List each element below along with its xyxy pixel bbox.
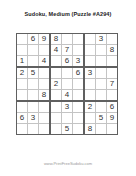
cell-r9c2[interactable] xyxy=(28,124,38,134)
cell-r8c4[interactable] xyxy=(51,113,61,123)
footer-url: www.PrintFreeSudoku.com xyxy=(0,161,136,166)
cell-r5c7[interactable] xyxy=(85,79,95,89)
cell-r6c1[interactable] xyxy=(17,90,27,100)
cell-r3c7[interactable] xyxy=(85,56,95,66)
sudoku-box-8: 35 xyxy=(51,102,83,134)
sudoku-box-4: 258 xyxy=(17,68,49,100)
cell-r5c3[interactable] xyxy=(39,79,49,89)
cell-r1c6[interactable] xyxy=(73,34,83,44)
cell-r1c9[interactable] xyxy=(107,34,117,44)
cell-r2c8[interactable] xyxy=(96,45,106,55)
cell-r3c9[interactable] xyxy=(107,56,117,66)
cell-r6c6[interactable] xyxy=(73,90,83,100)
sudoku-board: 6914847633825862437633526598 xyxy=(16,33,118,135)
cell-r9c1[interactable] xyxy=(17,124,27,134)
cell-r9c9[interactable] xyxy=(107,124,117,134)
cell-r6c3[interactable]: 8 xyxy=(39,90,49,100)
cell-r7c9[interactable]: 6 xyxy=(107,102,117,112)
sudoku-box-9: 26598 xyxy=(85,102,117,134)
cell-r9c3[interactable] xyxy=(39,124,49,134)
cell-r3c2[interactable] xyxy=(28,56,38,66)
cell-r7c6[interactable] xyxy=(73,102,83,112)
cell-r8c2[interactable]: 3 xyxy=(28,113,38,123)
cell-r2c7[interactable] xyxy=(85,45,95,55)
sudoku-box-7: 63 xyxy=(17,102,49,134)
cell-r4c1[interactable]: 2 xyxy=(17,68,27,78)
cell-r5c5[interactable] xyxy=(62,79,72,89)
cell-r3c3[interactable]: 4 xyxy=(39,56,49,66)
cell-r1c7[interactable] xyxy=(85,34,95,44)
cell-r3c8[interactable] xyxy=(96,56,106,66)
cell-r5c4[interactable]: 2 xyxy=(51,79,61,89)
page-title: Sudoku, Medium (Puzzle #A294) xyxy=(0,11,136,17)
cell-r8c1[interactable]: 6 xyxy=(17,113,27,123)
cell-r4c4[interactable] xyxy=(51,68,61,78)
cell-r8c3[interactable] xyxy=(39,113,49,123)
cell-r2c9[interactable]: 8 xyxy=(107,45,117,55)
cell-r8c7[interactable] xyxy=(85,113,95,123)
cell-r9c5[interactable]: 5 xyxy=(62,124,72,134)
cell-r6c9[interactable] xyxy=(107,90,117,100)
cell-r8c6[interactable] xyxy=(73,113,83,123)
cell-r7c1[interactable] xyxy=(17,102,27,112)
cell-r4c7[interactable]: 3 xyxy=(85,68,95,78)
cell-r1c4[interactable]: 8 xyxy=(51,34,61,44)
sudoku-box-5: 624 xyxy=(51,68,83,100)
cell-r2c2[interactable] xyxy=(28,45,38,55)
cell-r2c6[interactable] xyxy=(73,45,83,55)
cell-r4c9[interactable] xyxy=(107,68,117,78)
cell-r3c4[interactable] xyxy=(51,56,61,66)
cell-r9c6[interactable] xyxy=(73,124,83,134)
cell-r5c1[interactable] xyxy=(17,79,27,89)
cell-r6c7[interactable] xyxy=(85,90,95,100)
cell-r8c9[interactable]: 9 xyxy=(107,113,117,123)
cell-r8c8[interactable]: 5 xyxy=(96,113,106,123)
cell-r8c5[interactable] xyxy=(62,113,72,123)
cell-r6c8[interactable] xyxy=(96,90,106,100)
cell-r9c4[interactable] xyxy=(51,124,61,134)
cell-r2c1[interactable] xyxy=(17,45,27,55)
cell-r7c5[interactable]: 3 xyxy=(62,102,72,112)
cell-r1c3[interactable]: 9 xyxy=(39,34,49,44)
cell-r2c3[interactable] xyxy=(39,45,49,55)
sudoku-box-2: 84763 xyxy=(51,34,83,66)
cell-r5c9[interactable]: 7 xyxy=(107,79,117,89)
cell-r2c5[interactable]: 7 xyxy=(62,45,72,55)
cell-r5c2[interactable] xyxy=(28,79,38,89)
sudoku-box-3: 38 xyxy=(85,34,117,66)
cell-r4c6[interactable]: 6 xyxy=(73,68,83,78)
sudoku-box-1: 6914 xyxy=(17,34,49,66)
cell-r3c5[interactable]: 6 xyxy=(62,56,72,66)
cell-r7c7[interactable]: 2 xyxy=(85,102,95,112)
cell-r4c8[interactable] xyxy=(96,68,106,78)
cell-r1c8[interactable]: 3 xyxy=(96,34,106,44)
cell-r7c2[interactable] xyxy=(28,102,38,112)
cell-r4c5[interactable] xyxy=(62,68,72,78)
cell-r1c5[interactable] xyxy=(62,34,72,44)
cell-r4c3[interactable] xyxy=(39,68,49,78)
cell-r5c6[interactable] xyxy=(73,79,83,89)
cell-r7c3[interactable] xyxy=(39,102,49,112)
cell-r7c8[interactable] xyxy=(96,102,106,112)
cell-r6c5[interactable]: 4 xyxy=(62,90,72,100)
cell-r5c8[interactable] xyxy=(96,79,106,89)
cell-r3c1[interactable]: 1 xyxy=(17,56,27,66)
cell-r4c2[interactable]: 5 xyxy=(28,68,38,78)
cell-r9c7[interactable]: 8 xyxy=(85,124,95,134)
cell-r1c2[interactable]: 6 xyxy=(28,34,38,44)
sudoku-box-6: 37 xyxy=(85,68,117,100)
cell-r7c4[interactable] xyxy=(51,102,61,112)
cell-r9c8[interactable] xyxy=(96,124,106,134)
cell-r2c4[interactable]: 4 xyxy=(51,45,61,55)
cell-r6c2[interactable] xyxy=(28,90,38,100)
cell-r3c6[interactable]: 3 xyxy=(73,56,83,66)
cell-r1c1[interactable] xyxy=(17,34,27,44)
cell-r6c4[interactable] xyxy=(51,90,61,100)
